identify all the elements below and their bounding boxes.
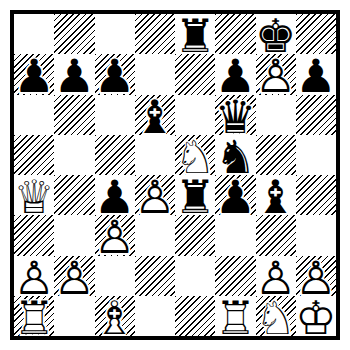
black-pawn-piece: ♟♟ [95,54,135,94]
square-b5[interactable] [54,135,94,175]
white-pawn-glyph: ♙ [134,174,175,220]
black-pawn-glyph: ♟ [94,54,135,100]
white-knight-glyph: ♘ [255,295,296,341]
black-pawn-glyph: ♟ [215,54,256,100]
square-f8[interactable] [215,14,255,54]
square-h3[interactable] [296,215,336,255]
square-g2[interactable]: ♟♙ [256,256,296,296]
square-a7[interactable]: ♟♟ [14,54,54,94]
square-g3[interactable] [256,215,296,255]
black-pawn-piece: ♟♟ [54,54,94,94]
white-pawn-glyph: ♙ [14,255,55,301]
white-pawn-piece: ♟♙ [95,215,135,255]
piece-white-fill-backing: ♛ [14,174,55,220]
square-d7[interactable] [135,54,175,94]
white-pawn-glyph: ♙ [54,255,95,301]
white-king-piece: ♚♔ [296,296,336,336]
piece-white-fill-backing: ♞ [175,134,216,180]
square-a5[interactable] [14,135,54,175]
square-a6[interactable] [14,95,54,135]
piece-white-fill-backing: ♟ [134,174,175,220]
white-pawn-glyph: ♙ [94,215,135,261]
black-knight-glyph: ♞ [215,134,256,180]
square-f2[interactable] [215,256,255,296]
square-b3[interactable] [54,215,94,255]
chess-board: ♜♜♚♚♟♟♟♟♟♟♟♟♟♙♟♟♝♝♛♛♞♘♞♞♛♕♟♟♟♙♜♜♟♟♝♝♟♙♟♙… [10,10,340,340]
piece-white-fill-backing: ♜ [14,295,55,341]
white-rook-glyph: ♖ [14,295,55,341]
piece-white-fill-backing: ♟ [94,174,135,220]
square-a3[interactable] [14,215,54,255]
square-b6[interactable] [54,95,94,135]
square-b2[interactable]: ♟♙ [54,256,94,296]
piece-white-fill-backing: ♟ [94,215,135,261]
black-pawn-glyph: ♟ [94,174,135,220]
square-f7[interactable]: ♟♟ [215,54,255,94]
square-c5[interactable] [95,135,135,175]
square-b1[interactable] [54,296,94,336]
piece-white-fill-backing: ♞ [255,295,296,341]
square-g6[interactable] [256,95,296,135]
square-c2[interactable] [95,256,135,296]
white-queen-glyph: ♕ [14,174,55,220]
white-pawn-piece: ♟♙ [14,256,54,296]
white-bishop-glyph: ♗ [94,295,135,341]
black-knight-piece: ♞♞ [215,135,255,175]
piece-white-fill-backing: ♟ [54,54,95,100]
square-e7[interactable] [175,54,215,94]
piece-white-fill-backing: ♟ [14,255,55,301]
black-bishop-glyph: ♝ [255,174,296,220]
white-pawn-glyph: ♙ [255,255,296,301]
black-king-piece: ♚♚ [256,14,296,54]
black-pawn-piece: ♟♟ [296,54,336,94]
square-d2[interactable] [135,256,175,296]
square-f4[interactable]: ♟♟ [215,175,255,215]
piece-white-fill-backing: ♟ [255,54,296,100]
white-queen-piece: ♛♕ [14,175,54,215]
square-f6[interactable]: ♛♛ [215,95,255,135]
square-c7[interactable]: ♟♟ [95,54,135,94]
black-rook-piece: ♜♜ [175,175,215,215]
black-rook-piece: ♜♜ [175,14,215,54]
square-g5[interactable] [256,135,296,175]
piece-white-fill-backing: ♟ [14,54,55,100]
square-g7[interactable]: ♟♙ [256,54,296,94]
piece-white-fill-backing: ♝ [134,94,175,140]
square-h7[interactable]: ♟♟ [296,54,336,94]
square-a4[interactable]: ♛♕ [14,175,54,215]
black-queen-glyph: ♛ [215,94,256,140]
black-pawn-glyph: ♟ [295,54,336,100]
square-a2[interactable]: ♟♙ [14,256,54,296]
white-knight-glyph: ♘ [175,134,216,180]
piece-white-fill-backing: ♟ [54,255,95,301]
square-b7[interactable]: ♟♟ [54,54,94,94]
square-e1[interactable] [175,296,215,336]
square-d6[interactable]: ♝♝ [135,95,175,135]
square-d4[interactable]: ♟♙ [135,175,175,215]
square-f3[interactable] [215,215,255,255]
white-rook-piece: ♜♖ [215,296,255,336]
black-pawn-piece: ♟♟ [215,175,255,215]
square-g8[interactable]: ♚♚ [256,14,296,54]
white-rook-piece: ♜♖ [14,296,54,336]
black-pawn-glyph: ♟ [215,174,256,220]
white-pawn-piece: ♟♙ [296,256,336,296]
black-pawn-piece: ♟♟ [95,175,135,215]
black-bishop-piece: ♝♝ [256,175,296,215]
black-bishop-piece: ♝♝ [135,95,175,135]
square-c4[interactable]: ♟♟ [95,175,135,215]
piece-white-fill-backing: ♞ [215,134,256,180]
piece-white-fill-backing: ♝ [94,295,135,341]
square-e2[interactable] [175,256,215,296]
piece-white-fill-backing: ♚ [255,13,296,59]
black-king-glyph: ♚ [255,13,296,59]
black-bishop-glyph: ♝ [134,94,175,140]
white-rook-glyph: ♖ [215,295,256,341]
black-rook-glyph: ♜ [175,13,216,59]
square-f5[interactable]: ♞♞ [215,135,255,175]
square-h6[interactable] [296,95,336,135]
square-e5[interactable]: ♞♘ [175,135,215,175]
piece-white-fill-backing: ♟ [295,54,336,100]
piece-white-fill-backing: ♜ [175,174,216,220]
square-e4[interactable]: ♜♜ [175,175,215,215]
square-c8[interactable] [95,14,135,54]
square-c3[interactable]: ♟♙ [95,215,135,255]
square-c6[interactable] [95,95,135,135]
square-a1[interactable]: ♜♖ [14,296,54,336]
white-bishop-piece: ♝♗ [95,296,135,336]
square-d1[interactable] [135,296,175,336]
square-a8[interactable] [14,14,54,54]
piece-white-fill-backing: ♟ [215,174,256,220]
square-d8[interactable] [135,14,175,54]
piece-white-fill-backing: ♟ [255,255,296,301]
square-g4[interactable]: ♝♝ [256,175,296,215]
square-g1[interactable]: ♞♘ [256,296,296,336]
square-b8[interactable] [54,14,94,54]
piece-white-fill-backing: ♟ [215,54,256,100]
piece-white-fill-backing: ♟ [94,54,135,100]
square-f1[interactable]: ♜♖ [215,296,255,336]
white-pawn-piece: ♟♙ [256,256,296,296]
square-b4[interactable] [54,175,94,215]
piece-white-fill-backing: ♚ [295,295,336,341]
square-h8[interactable] [296,14,336,54]
square-e3[interactable] [175,215,215,255]
square-h5[interactable] [296,135,336,175]
black-pawn-glyph: ♟ [14,54,55,100]
white-pawn-piece: ♟♙ [256,54,296,94]
white-king-glyph: ♔ [295,295,336,341]
square-h4[interactable] [296,175,336,215]
square-d3[interactable] [135,215,175,255]
white-pawn-piece: ♟♙ [54,256,94,296]
piece-white-fill-backing: ♛ [215,94,256,140]
piece-white-fill-backing: ♟ [295,255,336,301]
square-e8[interactable]: ♜♜ [175,14,215,54]
white-pawn-glyph: ♙ [295,255,336,301]
black-queen-piece: ♛♛ [215,95,255,135]
black-pawn-glyph: ♟ [54,54,95,100]
white-pawn-piece: ♟♙ [135,175,175,215]
piece-white-fill-backing: ♝ [255,174,296,220]
white-knight-piece: ♞♘ [175,135,215,175]
square-e6[interactable] [175,95,215,135]
chess-board-grid: ♜♜♚♚♟♟♟♟♟♟♟♟♟♙♟♟♝♝♛♛♞♘♞♞♛♕♟♟♟♙♜♜♟♟♝♝♟♙♟♙… [14,14,336,336]
square-h1[interactable]: ♚♔ [296,296,336,336]
chess-diagram-page: ♜♜♚♚♟♟♟♟♟♟♟♟♟♙♟♟♝♝♛♛♞♘♞♞♛♕♟♟♟♙♜♜♟♟♝♝♟♙♟♙… [0,0,350,350]
white-pawn-glyph: ♙ [255,54,296,100]
piece-white-fill-backing: ♜ [215,295,256,341]
square-h2[interactable]: ♟♙ [296,256,336,296]
square-d5[interactable] [135,135,175,175]
white-knight-piece: ♞♘ [256,296,296,336]
black-rook-glyph: ♜ [175,174,216,220]
black-pawn-piece: ♟♟ [215,54,255,94]
black-pawn-piece: ♟♟ [14,54,54,94]
square-c1[interactable]: ♝♗ [95,296,135,336]
piece-white-fill-backing: ♜ [175,13,216,59]
